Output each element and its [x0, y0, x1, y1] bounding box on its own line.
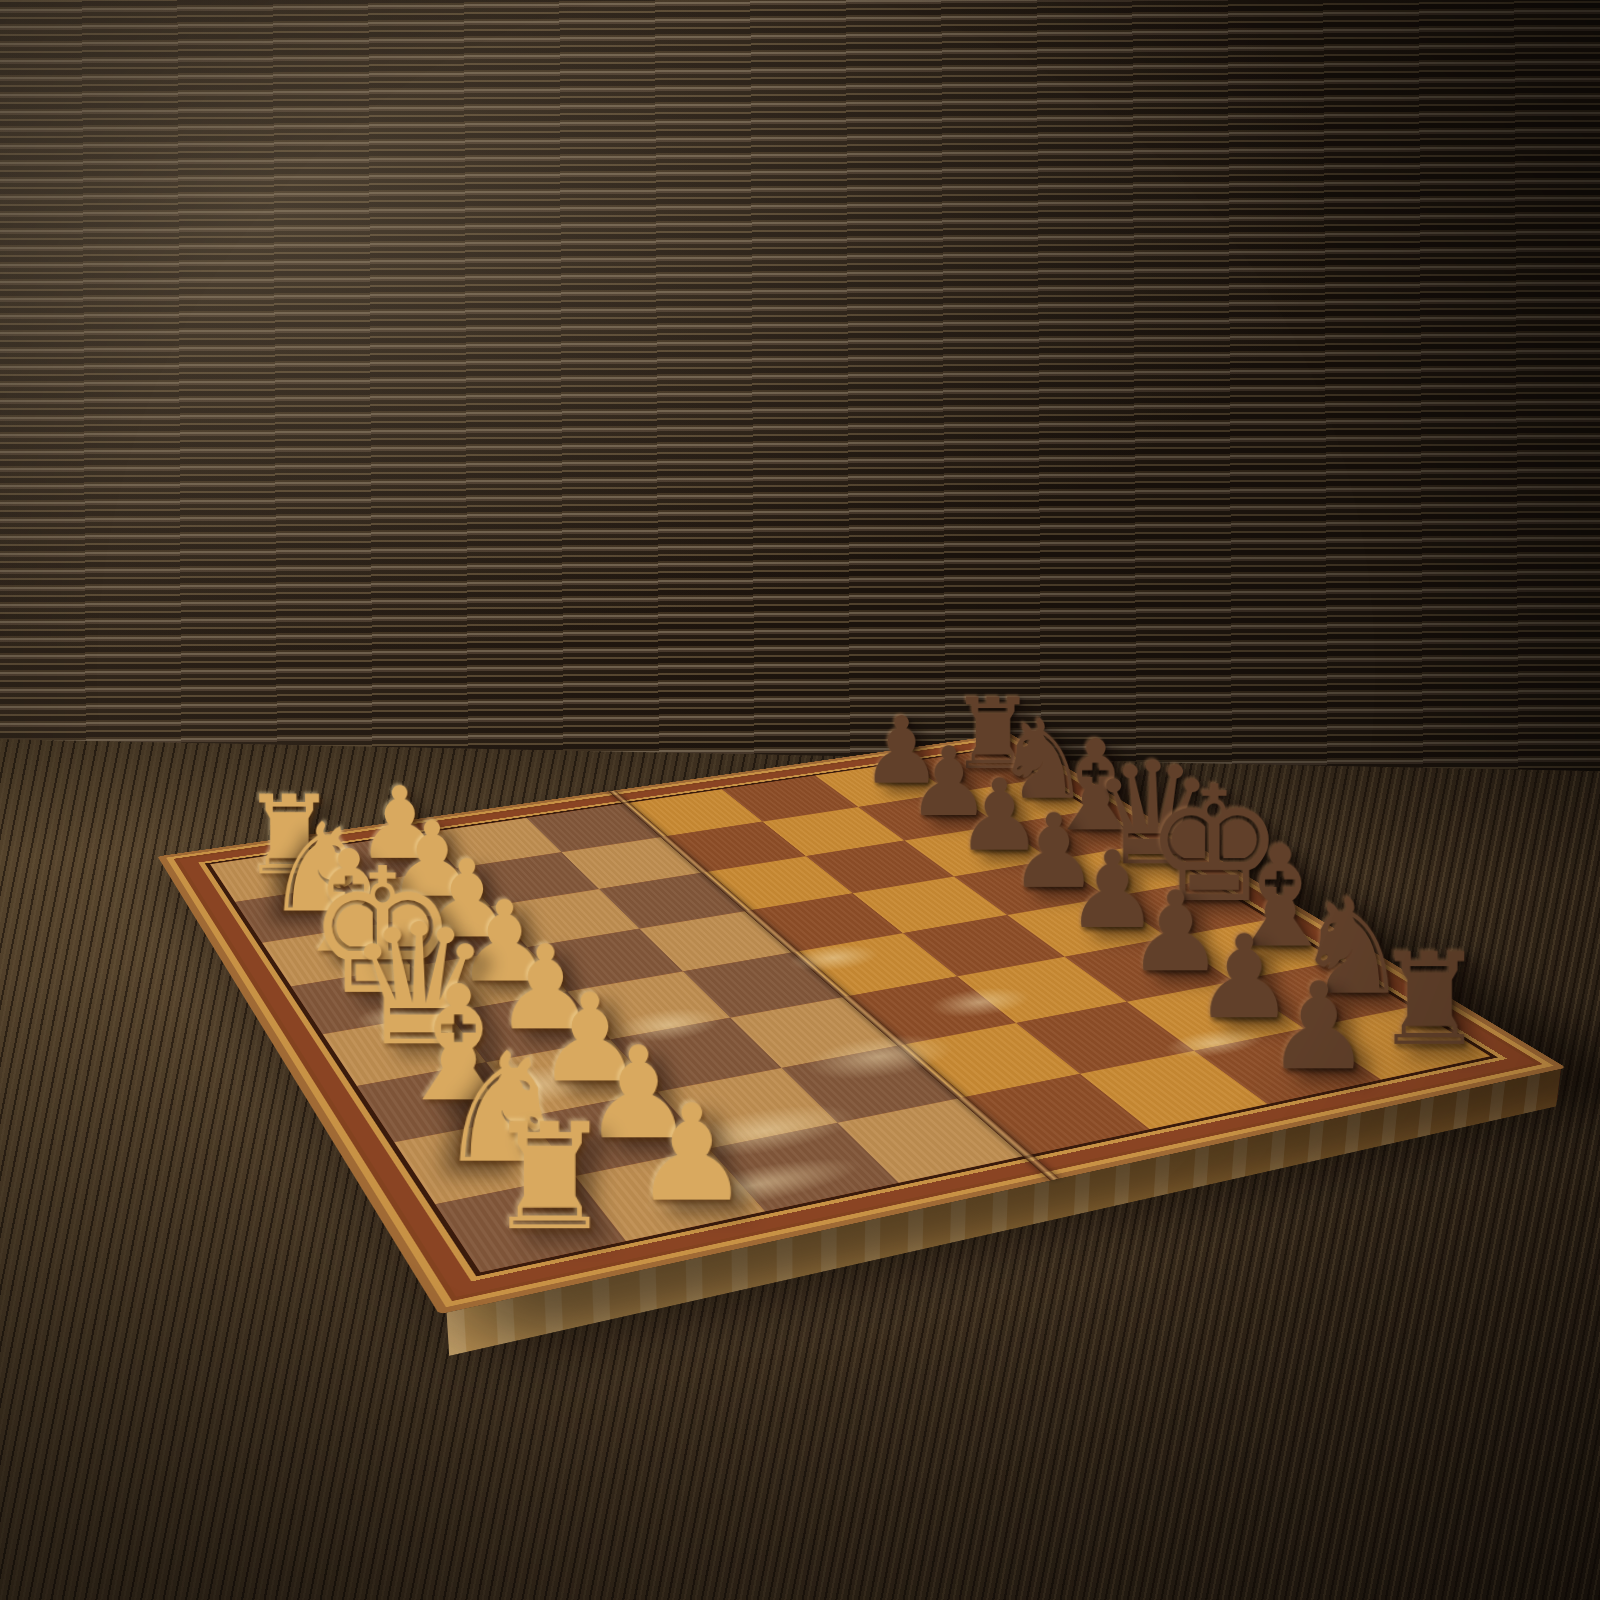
white-rook-a1[interactable]: ♜ — [486, 1104, 614, 1251]
square-a1: ♜ — [435, 1176, 626, 1272]
white-pawn-a2[interactable]: ♟ — [633, 1087, 750, 1221]
black-pawn-a7[interactable]: ♟ — [1266, 967, 1372, 1088]
photo-scene: ♜♟♟♜♞♟♟♞♝♟♟♝♚♟♟♛♛♟♟♚♝♟♟♝♞♟♟♞♜♟♟♜ Vintage… — [0, 0, 1600, 1600]
black-rook-a8[interactable]: ♜ — [1374, 936, 1485, 1063]
wood-wall-background — [0, 0, 1600, 789]
